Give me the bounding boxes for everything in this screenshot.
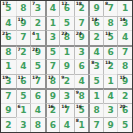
digit: 2: [35, 19, 41, 28]
digit: 3: [20, 121, 26, 130]
cell-r9c4[interactable]: 6: [45, 117, 60, 132]
cage-sum: 8: [76, 118, 79, 123]
cell-r5c2[interactable]: 4: [16, 59, 31, 74]
killer-sudoku-board: 1758734126182987141192157146814321674132…: [0, 0, 133, 133]
digit: 4: [35, 106, 41, 115]
cell-r1c2[interactable]: 8: [16, 1, 31, 16]
cell-r1c7[interactable]: 9: [88, 1, 103, 16]
digit: 8: [35, 121, 41, 130]
digit: 3: [64, 92, 70, 101]
digit: 7: [93, 121, 99, 130]
cage-sum: 21: [2, 31, 8, 36]
cage-sum: 14: [119, 17, 125, 22]
digit: 4: [50, 4, 56, 13]
cell-r8c1[interactable]: 9: [1, 103, 16, 118]
digit: 2: [122, 92, 128, 101]
cell-r3c2[interactable]: 7: [16, 30, 31, 45]
cage-sum: 17: [2, 1, 8, 6]
digit: 1: [122, 4, 128, 13]
cell-r1c6[interactable]: 182: [74, 1, 89, 16]
digit: 4: [78, 77, 84, 86]
cell-r7c3[interactable]: 6: [30, 88, 45, 103]
cell-r6c6[interactable]: 4: [74, 74, 89, 89]
cell-r6c7[interactable]: 5: [88, 74, 103, 89]
digit: 2: [20, 48, 26, 57]
cell-r7c4[interactable]: 9: [45, 88, 60, 103]
cell-r6c8[interactable]: 1: [103, 74, 118, 89]
cage-sum: 8: [105, 1, 108, 6]
cell-r5c9[interactable]: 8: [117, 59, 132, 74]
digit: 3: [35, 4, 41, 13]
cell-r2c9[interactable]: 143: [117, 16, 132, 31]
digit: 5: [35, 62, 41, 71]
digit: 2: [93, 33, 99, 42]
cell-r3c6[interactable]: 249: [74, 30, 89, 45]
cell-r3c9[interactable]: 4: [117, 30, 132, 45]
digit: 1: [35, 33, 41, 42]
cell-r4c1[interactable]: 8: [1, 45, 16, 60]
cage-sum: 23: [61, 31, 67, 36]
cell-r6c3[interactable]: 177: [30, 74, 45, 89]
cage-sum: 9: [76, 90, 79, 95]
cage-sum: 7: [18, 47, 21, 52]
cell-r4c4[interactable]: 5: [45, 45, 60, 60]
cell-r2c1[interactable]: 4: [1, 16, 16, 31]
cell-r2c7[interactable]: 146: [88, 16, 103, 31]
cell-r4c9[interactable]: 7: [117, 45, 132, 60]
cell-r1c9[interactable]: 1: [117, 1, 132, 16]
digit: 5: [64, 19, 70, 28]
digit: 8: [78, 92, 84, 101]
cell-r6c4[interactable]: 178: [45, 74, 60, 89]
cell-r5c4[interactable]: 7: [45, 59, 60, 74]
cell-r8c9[interactable]: 206: [117, 103, 132, 118]
cell-r8c3[interactable]: 4: [30, 103, 45, 118]
cell-r3c4[interactable]: 3: [45, 30, 60, 45]
cell-r4c2[interactable]: 72: [16, 45, 31, 60]
digit: 3: [50, 33, 56, 42]
cell-r9c1[interactable]: 2: [1, 117, 16, 132]
cell-r6c9[interactable]: 159: [117, 74, 132, 89]
digit: 4: [5, 19, 11, 28]
cell-r7c6[interactable]: 98: [74, 88, 89, 103]
digit: 1: [50, 19, 56, 28]
cell-r4c8[interactable]: 6: [103, 45, 118, 60]
digit: 2: [5, 121, 11, 130]
digit: 8: [5, 48, 11, 57]
digit: 5: [93, 77, 99, 86]
cell-r2c2[interactable]: 119: [16, 16, 31, 31]
cell-r6c2[interactable]: 116: [16, 74, 31, 89]
cell-r5c1[interactable]: 1: [1, 59, 16, 74]
cage-sum: 11: [105, 31, 111, 36]
cell-r8c4[interactable]: 162: [45, 103, 60, 118]
digit: 3: [108, 106, 114, 115]
cell-r7c5[interactable]: 3: [59, 88, 74, 103]
cell-r9c3[interactable]: 8: [30, 117, 45, 132]
cell-r9c2[interactable]: 3: [16, 117, 31, 132]
cell-r7c1[interactable]: 7: [1, 88, 16, 103]
cage-sum: 17: [32, 75, 38, 80]
cage-sum: 4: [32, 31, 35, 36]
cell-r9c9[interactable]: 5: [117, 117, 132, 132]
cell-r2c8[interactable]: 8: [103, 16, 118, 31]
cell-r3c8[interactable]: 115: [103, 30, 118, 45]
digit: 6: [78, 62, 84, 71]
cell-r3c3[interactable]: 41: [30, 30, 45, 45]
digit: 1: [20, 106, 26, 115]
digit: 6: [50, 121, 56, 130]
digit: 6: [108, 48, 114, 57]
digit: 7: [108, 4, 114, 13]
cell-r9c6[interactable]: 81: [74, 117, 89, 132]
digit: 9: [93, 4, 99, 13]
cage-sum: 14: [91, 17, 97, 22]
cell-r1c3[interactable]: 73: [30, 1, 45, 16]
digit: 9: [50, 92, 56, 101]
cage-sum: 17: [48, 75, 54, 80]
cage-sum: 16: [76, 104, 82, 109]
cell-r8c8[interactable]: 3: [103, 103, 118, 118]
digit: 8: [122, 62, 128, 71]
cell-r1c8[interactable]: 87: [103, 1, 118, 16]
digit: 4: [122, 33, 128, 42]
cell-r7c7[interactable]: 1: [88, 88, 103, 103]
cell-r5c3[interactable]: 5: [30, 59, 45, 74]
cage-sum: 21: [32, 47, 38, 52]
cell-r7c8[interactable]: 4: [103, 88, 118, 103]
digit: 1: [64, 48, 70, 57]
cell-r5c8[interactable]: 112: [103, 59, 118, 74]
cage-sum: 19: [2, 75, 8, 80]
digit: 3: [93, 62, 99, 71]
cage-sum: 11: [18, 75, 24, 80]
cell-r6c1[interactable]: 193: [1, 74, 16, 89]
cell-r1c5[interactable]: 126: [59, 1, 74, 16]
cell-r5c6[interactable]: 6: [74, 59, 89, 74]
cell-r4c5[interactable]: 1: [59, 45, 74, 60]
digit: 1: [78, 121, 84, 130]
digit: 2: [64, 77, 70, 86]
cell-r7c2[interactable]: 5: [16, 88, 31, 103]
digit: 8: [93, 106, 99, 115]
digit: 4: [108, 92, 114, 101]
cell-r4c7[interactable]: 4: [88, 45, 103, 60]
digit: 8: [20, 4, 26, 13]
digit: 1: [93, 92, 99, 101]
cage-sum: 11: [105, 60, 111, 65]
digit: 8: [108, 19, 114, 28]
cell-r4c6[interactable]: 3: [74, 45, 89, 60]
cage-sum: 7: [32, 1, 35, 6]
cell-r3c1[interactable]: 216: [1, 30, 16, 45]
cell-r7c9[interactable]: 2: [117, 88, 132, 103]
digit: 9: [64, 62, 70, 71]
cage-sum: 18: [76, 1, 82, 6]
cage-sum: 11: [18, 17, 24, 22]
digit: 4: [93, 48, 99, 57]
digit: 4: [20, 62, 26, 71]
cage-sum: 8: [91, 60, 94, 65]
digit: 9: [5, 106, 11, 115]
cage-sum: 9: [61, 75, 64, 80]
digit: 5: [50, 48, 56, 57]
cell-r2c4[interactable]: 1: [45, 16, 60, 31]
cell-r8c5[interactable]: 117: [59, 103, 74, 118]
cell-r2c6[interactable]: 7: [74, 16, 89, 31]
digit: 9: [108, 121, 114, 130]
digit: 7: [5, 92, 11, 101]
digit: 5: [20, 92, 26, 101]
cell-r8c2[interactable]: 61: [16, 103, 31, 118]
digit: 7: [50, 62, 56, 71]
digit: 1: [5, 62, 11, 71]
cell-r9c8[interactable]: 9: [103, 117, 118, 132]
digit: 6: [35, 92, 41, 101]
cell-r1c4[interactable]: 4: [45, 1, 60, 16]
cell-r9c7[interactable]: 7: [88, 117, 103, 132]
cell-r8c6[interactable]: 165: [74, 103, 89, 118]
cell-r2c3[interactable]: 2: [30, 16, 45, 31]
digit: 5: [122, 121, 128, 130]
cell-r3c5[interactable]: 238: [59, 30, 74, 45]
digit: 7: [78, 19, 84, 28]
cage-sum: 24: [76, 31, 82, 36]
cell-r2c5[interactable]: 5: [59, 16, 74, 31]
cage-sum: 20: [119, 104, 125, 109]
cell-r4c3[interactable]: 219: [30, 45, 45, 60]
cell-r3c7[interactable]: 2: [88, 30, 103, 45]
cage-sum: 6: [18, 104, 21, 109]
cage-sum: 11: [61, 104, 67, 109]
cell-r8c7[interactable]: 8: [88, 103, 103, 118]
digit: 7: [122, 48, 128, 57]
cell-r5c5[interactable]: 9: [59, 59, 74, 74]
cell-r5c7[interactable]: 83: [88, 59, 103, 74]
cage-sum: 15: [119, 75, 125, 80]
cage-sum: 12: [61, 1, 67, 6]
cell-r6c5[interactable]: 92: [59, 74, 74, 89]
cage-sum: 16: [48, 104, 54, 109]
cell-r9c5[interactable]: 4: [59, 117, 74, 132]
digit: 1: [108, 77, 114, 86]
digit: 4: [64, 121, 70, 130]
digit: 3: [78, 48, 84, 57]
cell-r1c1[interactable]: 175: [1, 1, 16, 16]
digit: 7: [20, 33, 26, 42]
